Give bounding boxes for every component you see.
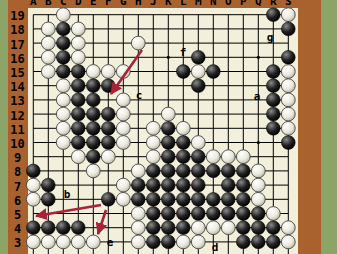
white-stone-H4[interactable] bbox=[131, 221, 145, 235]
white-stone-C10[interactable] bbox=[56, 136, 70, 150]
black-stone-H7[interactable] bbox=[131, 178, 145, 192]
black-stone-N5[interactable] bbox=[206, 207, 220, 221]
white-stone-E8[interactable] bbox=[86, 164, 100, 178]
col-label-E: E bbox=[90, 0, 97, 8]
white-stone-Q6[interactable] bbox=[251, 192, 265, 206]
black-stone-E13[interactable] bbox=[86, 93, 100, 107]
point-label-a: a bbox=[254, 90, 261, 103]
white-stone-J9[interactable] bbox=[146, 150, 160, 164]
black-stone-R11[interactable] bbox=[266, 121, 280, 135]
white-stone-L3[interactable] bbox=[176, 235, 190, 249]
black-stone-F11[interactable] bbox=[101, 121, 115, 135]
black-stone-R4[interactable] bbox=[266, 221, 280, 235]
col-label-K: K bbox=[165, 0, 172, 8]
col-label-L: L bbox=[180, 0, 187, 8]
white-stone-Q8[interactable] bbox=[251, 164, 265, 178]
row-label-13: 13 bbox=[10, 94, 24, 108]
white-stone-D16[interactable] bbox=[71, 50, 85, 64]
black-stone-H6[interactable] bbox=[131, 192, 145, 206]
white-stone-O9[interactable] bbox=[221, 150, 235, 164]
black-stone-K7[interactable] bbox=[161, 178, 175, 192]
col-label-D: D bbox=[75, 0, 82, 8]
white-stone-G10[interactable] bbox=[116, 136, 130, 150]
board-grid[interactable] bbox=[33, 15, 288, 254]
arrow-b bbox=[36, 205, 101, 216]
white-stone-J10[interactable] bbox=[146, 136, 160, 150]
white-stone-H17[interactable] bbox=[131, 36, 145, 50]
black-stone-L7[interactable] bbox=[176, 178, 190, 192]
white-stone-M10[interactable] bbox=[191, 136, 205, 150]
black-stone-D10[interactable] bbox=[71, 136, 85, 150]
black-stone-J4[interactable] bbox=[146, 221, 160, 235]
star-point-Q10 bbox=[257, 141, 260, 144]
white-stone-H8[interactable] bbox=[131, 164, 145, 178]
black-stone-K4[interactable] bbox=[161, 221, 175, 235]
white-stone-B17[interactable] bbox=[41, 36, 55, 50]
white-stone-A7[interactable] bbox=[26, 178, 40, 192]
row-label-11: 11 bbox=[10, 123, 24, 137]
col-label-N: N bbox=[210, 0, 217, 8]
white-stone-O4[interactable] bbox=[221, 221, 235, 235]
col-label-G: G bbox=[120, 0, 127, 8]
white-stone-G12[interactable] bbox=[116, 107, 130, 121]
black-stone-M7[interactable] bbox=[191, 178, 205, 192]
col-label-O: O bbox=[225, 0, 232, 8]
white-stone-M15[interactable] bbox=[191, 65, 205, 79]
col-label-B: B bbox=[45, 0, 52, 8]
white-stone-G13[interactable] bbox=[116, 93, 130, 107]
row-label-12: 12 bbox=[10, 109, 24, 123]
black-stone-D15[interactable] bbox=[71, 65, 85, 79]
white-stone-N9[interactable] bbox=[206, 150, 220, 164]
point-label-b: b bbox=[64, 188, 71, 201]
point-label-g: g bbox=[267, 31, 274, 44]
row-label-3: 3 bbox=[14, 236, 21, 250]
black-stone-R19[interactable] bbox=[266, 8, 280, 22]
black-stone-L6[interactable] bbox=[176, 192, 190, 206]
black-stone-R15[interactable] bbox=[266, 65, 280, 79]
point-label-d: d bbox=[212, 241, 219, 254]
black-stone-S18[interactable] bbox=[281, 22, 295, 36]
white-stone-E3[interactable] bbox=[86, 235, 100, 249]
black-stone-R12[interactable] bbox=[266, 107, 280, 121]
black-stone-L5[interactable] bbox=[176, 207, 190, 221]
row-label-10: 10 bbox=[10, 137, 24, 151]
row-label-4: 4 bbox=[14, 222, 21, 236]
col-label-Q: Q bbox=[255, 0, 262, 8]
black-stone-K8[interactable] bbox=[161, 164, 175, 178]
white-stone-F9[interactable] bbox=[101, 150, 115, 164]
black-stone-O6[interactable] bbox=[221, 192, 235, 206]
black-stone-E14[interactable] bbox=[86, 79, 100, 93]
white-stone-G7[interactable] bbox=[116, 178, 130, 192]
black-stone-J7[interactable] bbox=[146, 178, 160, 192]
col-label-J: J bbox=[150, 0, 157, 8]
white-stone-B16[interactable] bbox=[41, 50, 55, 64]
black-stone-M5[interactable] bbox=[191, 207, 205, 221]
white-stone-S11[interactable] bbox=[281, 121, 295, 135]
point-label-f: f bbox=[180, 46, 187, 59]
white-stone-L11[interactable] bbox=[176, 121, 190, 135]
white-stone-K12[interactable] bbox=[161, 107, 175, 121]
black-stone-E10[interactable] bbox=[86, 136, 100, 150]
black-stone-K3[interactable] bbox=[161, 235, 175, 249]
white-stone-D9[interactable] bbox=[71, 150, 85, 164]
row-label-9: 9 bbox=[14, 151, 21, 165]
black-stone-F10[interactable] bbox=[101, 136, 115, 150]
row-label-5: 5 bbox=[14, 208, 21, 222]
black-stone-B6[interactable] bbox=[41, 192, 55, 206]
black-stone-F6[interactable] bbox=[101, 192, 115, 206]
white-stone-F15[interactable] bbox=[101, 65, 115, 79]
black-stone-L15[interactable] bbox=[176, 65, 190, 79]
row-label-17: 17 bbox=[10, 38, 24, 52]
col-label-F: F bbox=[105, 0, 112, 8]
black-stone-O8[interactable] bbox=[221, 164, 235, 178]
black-stone-M14[interactable] bbox=[191, 79, 205, 93]
black-stone-R3[interactable] bbox=[266, 235, 280, 249]
black-stone-P4[interactable] bbox=[236, 221, 250, 235]
col-label-S: S bbox=[285, 0, 292, 8]
white-stone-B15[interactable] bbox=[41, 65, 55, 79]
white-stone-S4[interactable] bbox=[281, 221, 295, 235]
black-stone-Q4[interactable] bbox=[251, 221, 265, 235]
black-stone-C4[interactable] bbox=[56, 221, 70, 235]
black-stone-M8[interactable] bbox=[191, 164, 205, 178]
col-label-A: A bbox=[30, 0, 37, 8]
black-stone-C15[interactable] bbox=[56, 65, 70, 79]
black-stone-C18[interactable] bbox=[56, 22, 70, 36]
col-label-M: M bbox=[195, 0, 202, 8]
black-stone-D4[interactable] bbox=[71, 221, 85, 235]
white-stone-S15[interactable] bbox=[281, 65, 295, 79]
black-stone-P6[interactable] bbox=[236, 192, 250, 206]
black-stone-K9[interactable] bbox=[161, 150, 175, 164]
white-stone-S19[interactable] bbox=[281, 8, 295, 22]
white-stone-M3[interactable] bbox=[191, 235, 205, 249]
black-stone-L9[interactable] bbox=[176, 150, 190, 164]
white-stone-B18[interactable] bbox=[41, 22, 55, 36]
star-point-Q16 bbox=[257, 56, 260, 59]
black-stone-E12[interactable] bbox=[86, 107, 100, 121]
white-stone-A3[interactable] bbox=[26, 235, 40, 249]
black-stone-C17[interactable] bbox=[56, 36, 70, 50]
black-stone-M16[interactable] bbox=[191, 50, 205, 64]
row-label-7: 7 bbox=[14, 180, 21, 194]
black-stone-O5[interactable] bbox=[221, 207, 235, 221]
black-stone-P7[interactable] bbox=[236, 178, 250, 192]
black-stone-A8[interactable] bbox=[26, 164, 40, 178]
black-stone-K5[interactable] bbox=[161, 207, 175, 221]
black-stone-N8[interactable] bbox=[206, 164, 220, 178]
black-stone-K10[interactable] bbox=[161, 136, 175, 150]
row-label-19: 19 bbox=[10, 9, 24, 23]
row-label-18: 18 bbox=[10, 23, 24, 37]
white-stone-M4[interactable] bbox=[191, 221, 205, 235]
go-client-screenshot: 191817161514131211109876543ABCDEFGHJKLMN… bbox=[0, 0, 337, 254]
white-stone-B3[interactable] bbox=[41, 235, 55, 249]
point-label-e: e bbox=[107, 236, 114, 249]
black-stone-S16[interactable] bbox=[281, 50, 295, 64]
black-stone-J6[interactable] bbox=[146, 192, 160, 206]
white-stone-N4[interactable] bbox=[206, 221, 220, 235]
black-stone-D12[interactable] bbox=[71, 107, 85, 121]
black-stone-N15[interactable] bbox=[206, 65, 220, 79]
black-stone-N6[interactable] bbox=[206, 192, 220, 206]
white-stone-D17[interactable] bbox=[71, 36, 85, 50]
black-stone-S10[interactable] bbox=[281, 136, 295, 150]
black-stone-E11[interactable] bbox=[86, 121, 100, 135]
white-stone-J11[interactable] bbox=[146, 121, 160, 135]
white-stone-E15[interactable] bbox=[86, 65, 100, 79]
black-stone-R13[interactable] bbox=[266, 93, 280, 107]
black-stone-J5[interactable] bbox=[146, 207, 160, 221]
point-label-c: c bbox=[136, 89, 143, 102]
black-stone-C16[interactable] bbox=[56, 50, 70, 64]
white-stone-G11[interactable] bbox=[116, 121, 130, 135]
white-stone-C12[interactable] bbox=[56, 107, 70, 121]
black-stone-P8[interactable] bbox=[236, 164, 250, 178]
col-label-H: H bbox=[135, 0, 142, 8]
black-stone-F12[interactable] bbox=[101, 107, 115, 121]
row-label-14: 14 bbox=[10, 80, 24, 94]
white-stone-H5[interactable] bbox=[131, 207, 145, 221]
white-stone-D3[interactable] bbox=[71, 235, 85, 249]
black-stone-K11[interactable] bbox=[161, 121, 175, 135]
row-label-6: 6 bbox=[14, 194, 21, 208]
star-point-K16 bbox=[167, 56, 170, 59]
black-stone-M9[interactable] bbox=[191, 150, 205, 164]
black-stone-Q3[interactable] bbox=[251, 235, 265, 249]
black-stone-L10[interactable] bbox=[176, 136, 190, 150]
white-stone-C3[interactable] bbox=[56, 235, 70, 249]
white-stone-P9[interactable] bbox=[236, 150, 250, 164]
white-stone-Q7[interactable] bbox=[251, 178, 265, 192]
row-label-8: 8 bbox=[14, 165, 21, 179]
white-stone-A6[interactable] bbox=[26, 192, 40, 206]
black-stone-L8[interactable] bbox=[176, 164, 190, 178]
white-stone-C13[interactable] bbox=[56, 93, 70, 107]
black-stone-O7[interactable] bbox=[221, 178, 235, 192]
black-stone-B4[interactable] bbox=[41, 221, 55, 235]
row-label-15: 15 bbox=[10, 66, 24, 80]
black-stone-K6[interactable] bbox=[161, 192, 175, 206]
black-stone-B7[interactable] bbox=[41, 178, 55, 192]
black-stone-A4[interactable] bbox=[26, 221, 40, 235]
black-stone-L4[interactable] bbox=[176, 221, 190, 235]
black-stone-E9[interactable] bbox=[86, 150, 100, 164]
col-label-R: R bbox=[270, 0, 277, 8]
white-stone-S13[interactable] bbox=[281, 93, 295, 107]
col-label-P: P bbox=[240, 0, 247, 8]
white-stone-R5[interactable] bbox=[266, 207, 280, 221]
white-stone-H3[interactable] bbox=[131, 235, 145, 249]
black-stone-D11[interactable] bbox=[71, 121, 85, 135]
white-stone-C14[interactable] bbox=[56, 79, 70, 93]
white-stone-C19[interactable] bbox=[56, 8, 70, 22]
white-stone-S14[interactable] bbox=[281, 79, 295, 93]
black-stone-J8[interactable] bbox=[146, 164, 160, 178]
row-label-16: 16 bbox=[10, 52, 24, 66]
white-stone-S12[interactable] bbox=[281, 107, 295, 121]
white-stone-S3[interactable] bbox=[281, 235, 295, 249]
black-stone-R14[interactable] bbox=[266, 79, 280, 93]
black-stone-P3[interactable] bbox=[236, 235, 250, 249]
col-label-C: C bbox=[60, 0, 67, 8]
black-stone-D14[interactable] bbox=[71, 79, 85, 93]
black-stone-D13[interactable] bbox=[71, 93, 85, 107]
go-board[interactable]: 191817161514131211109876543ABCDEFGHJKLMN… bbox=[0, 0, 337, 254]
white-stone-D18[interactable] bbox=[71, 22, 85, 36]
black-stone-Q5[interactable] bbox=[251, 207, 265, 221]
white-stone-C11[interactable] bbox=[56, 121, 70, 135]
black-stone-P5[interactable] bbox=[236, 207, 250, 221]
black-stone-M6[interactable] bbox=[191, 192, 205, 206]
white-stone-G6[interactable] bbox=[116, 192, 130, 206]
black-stone-J3[interactable] bbox=[146, 235, 160, 249]
